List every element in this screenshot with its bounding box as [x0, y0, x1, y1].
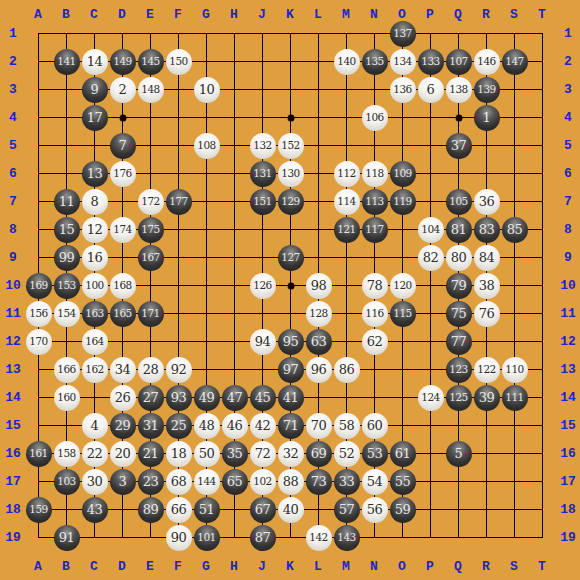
stone-black-7-D5: 7: [110, 133, 136, 159]
row-label-left-12: 12: [5, 335, 21, 348]
stone-white-104-P8: 104: [418, 217, 444, 243]
stone-white-30-C17: 30: [82, 469, 108, 495]
stone-black-13-C6: 13: [82, 161, 108, 187]
stone-white-134-O2: 134: [390, 49, 416, 75]
stone-black-63-L12: 63: [306, 329, 332, 355]
stone-black-79-Q10: 79: [446, 273, 472, 299]
stone-white-124-P14: 124: [418, 385, 444, 411]
stone-white-90-F19: 90: [166, 525, 192, 551]
stone-black-119-O7: 119: [390, 189, 416, 215]
stone-white-140-M2: 140: [334, 49, 360, 75]
column-label-bottom-M: M: [342, 560, 350, 573]
stone-black-1-R4: 1: [474, 105, 500, 131]
stone-white-100-C10: 100: [82, 273, 108, 299]
column-label-bottom-T: T: [538, 560, 546, 573]
stone-black-129-K7: 129: [278, 189, 304, 215]
row-label-right-10: 10: [560, 279, 576, 292]
stone-black-45-J14: 45: [250, 385, 276, 411]
stone-black-17-C4: 17: [82, 105, 108, 131]
row-label-left-1: 1: [9, 27, 17, 40]
row-label-left-4: 4: [9, 111, 17, 124]
stone-white-14-C2: 14: [82, 49, 108, 75]
stone-black-69-L16: 69: [306, 441, 332, 467]
stone-white-126-J10: 126: [250, 273, 276, 299]
stone-white-144-G17: 144: [194, 469, 220, 495]
stone-black-39-R14: 39: [474, 385, 500, 411]
row-label-left-2: 2: [9, 55, 17, 68]
star-point-D4: [119, 114, 126, 121]
stone-white-58-M15: 58: [334, 413, 360, 439]
column-label-bottom-D: D: [118, 560, 126, 573]
stone-white-32-K16: 32: [278, 441, 304, 467]
stone-white-54-N17: 54: [362, 469, 388, 495]
stone-black-99-B9: 99: [54, 245, 80, 271]
stone-white-22-C16: 22: [82, 441, 108, 467]
row-label-left-19: 19: [5, 531, 21, 544]
column-label-bottom-O: O: [398, 560, 406, 573]
row-label-right-9: 9: [564, 251, 572, 264]
stone-white-120-O10: 120: [390, 273, 416, 299]
column-label-top-E: E: [146, 8, 154, 21]
stone-black-31-E15: 31: [138, 413, 164, 439]
stone-white-176-D6: 176: [110, 161, 136, 187]
row-label-right-17: 17: [560, 475, 576, 488]
column-label-bottom-N: N: [370, 560, 378, 573]
stone-white-164-C12: 164: [82, 329, 108, 355]
row-label-right-19: 19: [560, 531, 576, 544]
row-label-right-8: 8: [564, 223, 572, 236]
stone-black-71-K15: 71: [278, 413, 304, 439]
stone-black-15-B8: 15: [54, 217, 80, 243]
stone-white-118-N6: 118: [362, 161, 388, 187]
stone-black-159-A18: 159: [26, 497, 52, 523]
stone-black-81-Q8: 81: [446, 217, 472, 243]
stone-black-93-F14: 93: [166, 385, 192, 411]
column-label-top-C: C: [90, 8, 98, 21]
stone-white-82-P9: 82: [418, 245, 444, 271]
column-label-bottom-C: C: [90, 560, 98, 573]
row-label-right-13: 13: [560, 363, 576, 376]
stone-black-135-N2: 135: [362, 49, 388, 75]
stone-white-146-R2: 146: [474, 49, 500, 75]
stone-white-116-N11: 116: [362, 301, 388, 327]
stone-white-168-D10: 168: [110, 273, 136, 299]
stone-black-175-E8: 175: [138, 217, 164, 243]
row-label-left-7: 7: [9, 195, 17, 208]
column-label-top-S: S: [510, 8, 518, 21]
stone-black-73-L17: 73: [306, 469, 332, 495]
row-label-left-3: 3: [9, 83, 17, 96]
stone-black-123-Q13: 123: [446, 357, 472, 383]
stone-white-156-A11: 156: [26, 301, 52, 327]
stone-black-113-N7: 113: [362, 189, 388, 215]
stone-black-109-O6: 109: [390, 161, 416, 187]
row-label-left-14: 14: [5, 391, 21, 404]
stone-black-51-G18: 51: [194, 497, 220, 523]
column-label-top-R: R: [482, 8, 490, 21]
stone-black-143-M19: 143: [334, 525, 360, 551]
stone-black-137-O1: 137: [390, 21, 416, 47]
stone-black-55-O17: 55: [390, 469, 416, 495]
stone-white-96-L13: 96: [306, 357, 332, 383]
star-point-K10: [287, 282, 294, 289]
stone-black-145-E2: 145: [138, 49, 164, 75]
stone-black-141-B2: 141: [54, 49, 80, 75]
stone-white-94-J12: 94: [250, 329, 276, 355]
row-label-left-10: 10: [5, 279, 21, 292]
stone-white-40-K18: 40: [278, 497, 304, 523]
stone-black-111-S14: 111: [502, 385, 528, 411]
stone-white-34-D13: 34: [110, 357, 136, 383]
column-label-top-Q: Q: [454, 8, 462, 21]
stone-white-50-G16: 50: [194, 441, 220, 467]
stone-black-41-K14: 41: [278, 385, 304, 411]
column-label-top-T: T: [538, 8, 546, 21]
stone-white-114-M7: 114: [334, 189, 360, 215]
stone-white-20-D16: 20: [110, 441, 136, 467]
stone-black-169-A10: 169: [26, 273, 52, 299]
column-label-bottom-P: P: [426, 560, 434, 573]
row-label-right-6: 6: [564, 167, 572, 180]
stone-black-29-D15: 29: [110, 413, 136, 439]
stone-white-142-L19: 142: [306, 525, 332, 551]
column-label-top-L: L: [314, 8, 322, 21]
stone-white-76-R11: 76: [474, 301, 500, 327]
row-label-left-5: 5: [9, 139, 17, 152]
stone-black-171-E11: 171: [138, 301, 164, 327]
stone-black-139-R3: 139: [474, 77, 500, 103]
stone-white-80-Q9: 80: [446, 245, 472, 271]
row-label-left-18: 18: [5, 503, 21, 516]
stone-black-151-J7: 151: [250, 189, 276, 215]
stone-black-177-F7: 177: [166, 189, 192, 215]
stone-black-133-P2: 133: [418, 49, 444, 75]
stone-black-107-Q2: 107: [446, 49, 472, 75]
stone-white-48-G15: 48: [194, 413, 220, 439]
row-label-left-6: 6: [9, 167, 17, 180]
stone-white-128-L11: 128: [306, 301, 332, 327]
stone-black-65-H17: 65: [222, 469, 248, 495]
stone-black-97-K13: 97: [278, 357, 304, 383]
stone-black-127-K9: 127: [278, 245, 304, 271]
stone-black-91-B19: 91: [54, 525, 80, 551]
row-label-right-2: 2: [564, 55, 572, 68]
stone-black-75-Q11: 75: [446, 301, 472, 327]
stone-white-60-N15: 60: [362, 413, 388, 439]
stone-white-86-M13: 86: [334, 357, 360, 383]
stone-white-110-S13: 110: [502, 357, 528, 383]
stone-white-2-D3: 2: [110, 77, 136, 103]
column-label-top-J: J: [258, 8, 266, 21]
stone-white-6-P3: 6: [418, 77, 444, 103]
column-label-top-F: F: [174, 8, 182, 21]
stone-black-89-E18: 89: [138, 497, 164, 523]
stone-white-66-F18: 66: [166, 497, 192, 523]
stone-black-53-N16: 53: [362, 441, 388, 467]
column-label-top-P: P: [426, 8, 434, 21]
stone-black-23-E17: 23: [138, 469, 164, 495]
stone-white-78-N10: 78: [362, 273, 388, 299]
column-label-top-O: O: [398, 8, 406, 21]
stone-black-57-M18: 57: [334, 497, 360, 523]
stone-black-85-S8: 85: [502, 217, 528, 243]
stone-black-11-B7: 11: [54, 189, 80, 215]
stone-black-101-G19: 101: [194, 525, 220, 551]
stone-white-170-A12: 170: [26, 329, 52, 355]
column-label-bottom-Q: Q: [454, 560, 462, 573]
stone-white-132-J5: 132: [250, 133, 276, 159]
stone-white-152-K5: 152: [278, 133, 304, 159]
stone-black-115-O11: 115: [390, 301, 416, 327]
stone-black-117-N8: 117: [362, 217, 388, 243]
stone-black-37-Q5: 37: [446, 133, 472, 159]
column-label-bottom-K: K: [286, 560, 294, 573]
stone-white-106-N4: 106: [362, 105, 388, 131]
stone-white-92-F13: 92: [166, 357, 192, 383]
stone-black-149-D2: 149: [110, 49, 136, 75]
stone-black-9-C3: 9: [82, 77, 108, 103]
stone-white-42-J15: 42: [250, 413, 276, 439]
stone-black-131-J6: 131: [250, 161, 276, 187]
stone-white-84-R9: 84: [474, 245, 500, 271]
stone-white-36-R7: 36: [474, 189, 500, 215]
stone-black-33-M17: 33: [334, 469, 360, 495]
row-label-left-11: 11: [5, 307, 21, 320]
go-board-diagram: ABCDEFGHJKLMNOPQRST ABCDEFGHJKLMNOPQRST …: [0, 0, 580, 580]
stone-white-166-B13: 166: [54, 357, 80, 383]
row-label-left-9: 9: [9, 251, 17, 264]
row-label-right-11: 11: [560, 307, 576, 320]
column-label-bottom-G: G: [202, 560, 210, 573]
stone-white-122-R13: 122: [474, 357, 500, 383]
stone-white-28-E13: 28: [138, 357, 164, 383]
column-label-bottom-F: F: [174, 560, 182, 573]
stone-white-88-K17: 88: [278, 469, 304, 495]
stone-white-4-C15: 4: [82, 413, 108, 439]
stone-white-102-J17: 102: [250, 469, 276, 495]
row-label-right-7: 7: [564, 195, 572, 208]
stone-white-56-N18: 56: [362, 497, 388, 523]
star-point-K4: [287, 114, 294, 121]
stone-black-167-E9: 167: [138, 245, 164, 271]
stone-white-160-B14: 160: [54, 385, 80, 411]
stone-black-105-Q7: 105: [446, 189, 472, 215]
stone-black-3-D17: 3: [110, 469, 136, 495]
row-label-right-15: 15: [560, 419, 576, 432]
stone-white-10-G3: 10: [194, 77, 220, 103]
stone-white-158-B16: 158: [54, 441, 80, 467]
column-label-top-D: D: [118, 8, 126, 21]
stone-white-8-C7: 8: [82, 189, 108, 215]
stone-black-125-Q14: 125: [446, 385, 472, 411]
row-label-right-1: 1: [564, 27, 572, 40]
stone-black-163-C11: 163: [82, 301, 108, 327]
stone-white-62-N12: 62: [362, 329, 388, 355]
stone-black-153-B10: 153: [54, 273, 80, 299]
stone-white-68-F17: 68: [166, 469, 192, 495]
stone-black-21-E16: 21: [138, 441, 164, 467]
row-label-left-17: 17: [5, 475, 21, 488]
stone-black-103-B17: 103: [54, 469, 80, 495]
stone-white-130-K6: 130: [278, 161, 304, 187]
stone-black-43-C18: 43: [82, 497, 108, 523]
row-label-right-12: 12: [560, 335, 576, 348]
column-label-top-M: M: [342, 8, 350, 21]
row-label-right-4: 4: [564, 111, 572, 124]
stone-black-67-J18: 67: [250, 497, 276, 523]
stone-black-165-D11: 165: [110, 301, 136, 327]
column-label-bottom-R: R: [482, 560, 490, 573]
row-label-right-5: 5: [564, 139, 572, 152]
stone-black-5-Q16: 5: [446, 441, 472, 467]
stone-white-38-R10: 38: [474, 273, 500, 299]
row-label-left-8: 8: [9, 223, 17, 236]
stone-black-77-Q12: 77: [446, 329, 472, 355]
column-label-bottom-B: B: [62, 560, 70, 573]
row-label-right-3: 3: [564, 83, 572, 96]
row-label-left-13: 13: [5, 363, 21, 376]
stone-white-148-E3: 148: [138, 77, 164, 103]
row-label-right-14: 14: [560, 391, 576, 404]
column-label-bottom-J: J: [258, 560, 266, 573]
stone-black-147-S2: 147: [502, 49, 528, 75]
stone-black-59-O18: 59: [390, 497, 416, 523]
stone-white-18-F16: 18: [166, 441, 192, 467]
stone-white-70-L15: 70: [306, 413, 332, 439]
row-label-left-16: 16: [5, 447, 21, 460]
column-label-bottom-A: A: [34, 560, 42, 573]
column-label-top-H: H: [230, 8, 238, 21]
stone-black-83-R8: 83: [474, 217, 500, 243]
column-label-bottom-S: S: [510, 560, 518, 573]
stone-white-154-B11: 154: [54, 301, 80, 327]
stone-white-112-M6: 112: [334, 161, 360, 187]
stone-black-47-H14: 47: [222, 385, 248, 411]
stone-black-87-J19: 87: [250, 525, 276, 551]
column-label-top-G: G: [202, 8, 210, 21]
stone-black-121-M8: 121: [334, 217, 360, 243]
stone-black-27-E14: 27: [138, 385, 164, 411]
stone-black-25-F15: 25: [166, 413, 192, 439]
stone-white-12-C8: 12: [82, 217, 108, 243]
row-label-right-18: 18: [560, 503, 576, 516]
stone-black-95-K12: 95: [278, 329, 304, 355]
stone-black-61-O16: 61: [390, 441, 416, 467]
stone-white-16-C9: 16: [82, 245, 108, 271]
stone-white-174-D8: 174: [110, 217, 136, 243]
stone-white-162-C13: 162: [82, 357, 108, 383]
column-label-top-K: K: [286, 8, 294, 21]
column-label-bottom-E: E: [146, 560, 154, 573]
column-label-top-B: B: [62, 8, 70, 21]
stone-white-52-M16: 52: [334, 441, 360, 467]
stone-white-98-L10: 98: [306, 273, 332, 299]
stone-white-138-Q3: 138: [446, 77, 472, 103]
stone-black-49-G14: 49: [194, 385, 220, 411]
stone-white-136-O3: 136: [390, 77, 416, 103]
stone-black-161-A16: 161: [26, 441, 52, 467]
column-label-bottom-H: H: [230, 560, 238, 573]
column-label-top-A: A: [34, 8, 42, 21]
star-point-Q4: [455, 114, 462, 121]
stone-white-150-F2: 150: [166, 49, 192, 75]
stone-white-26-D14: 26: [110, 385, 136, 411]
row-label-right-16: 16: [560, 447, 576, 460]
column-label-top-N: N: [370, 8, 378, 21]
stone-white-46-H15: 46: [222, 413, 248, 439]
stone-black-35-H16: 35: [222, 441, 248, 467]
row-label-left-15: 15: [5, 419, 21, 432]
stone-white-108-G5: 108: [194, 133, 220, 159]
column-label-bottom-L: L: [314, 560, 322, 573]
stone-white-172-E7: 172: [138, 189, 164, 215]
stone-white-72-J16: 72: [250, 441, 276, 467]
